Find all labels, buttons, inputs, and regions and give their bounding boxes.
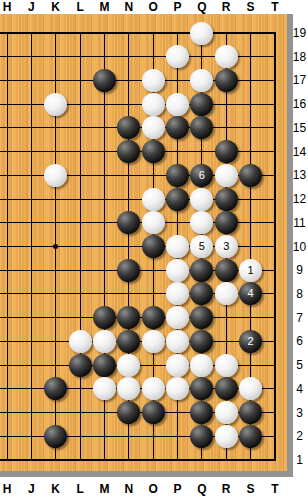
move-number: 4 [239, 282, 262, 305]
black-stone-S6[interactable]: 2 [239, 330, 262, 353]
white-stone-S4[interactable] [239, 377, 262, 400]
white-stone-N4[interactable] [117, 377, 140, 400]
black-stone-M7[interactable] [93, 306, 116, 329]
white-stone-N5[interactable] [117, 354, 140, 377]
column-label-bottom-N: N [124, 479, 133, 499]
black-stone-S2[interactable] [239, 425, 262, 448]
black-stone-Q7[interactable] [190, 306, 213, 329]
white-stone-Q5[interactable] [190, 354, 213, 377]
row-label-3: 3 [291, 406, 308, 420]
white-stone-O12[interactable] [142, 188, 165, 211]
row-label-2: 2 [291, 429, 308, 443]
white-stone-P9[interactable] [166, 259, 189, 282]
white-stone-P5[interactable] [166, 354, 189, 377]
black-stone-Q3[interactable] [190, 401, 213, 424]
column-label-bottom-R: R [222, 479, 231, 499]
white-stone-O4[interactable] [142, 377, 165, 400]
black-stone-P15[interactable] [166, 116, 189, 139]
black-stone-Q2[interactable] [190, 425, 213, 448]
black-stone-Q6[interactable] [190, 330, 213, 353]
black-stone-M5[interactable] [93, 354, 116, 377]
column-label-top-M: M [99, 0, 109, 14]
black-stone-P12[interactable] [166, 188, 189, 211]
row-label-6: 6 [291, 334, 308, 348]
board-shadow-bottom [0, 471, 293, 477]
black-stone-R9[interactable] [215, 259, 238, 282]
row-label-4: 4 [291, 382, 308, 396]
black-stone-N9[interactable] [117, 259, 140, 282]
black-stone-L5[interactable] [69, 354, 92, 377]
column-label-bottom-Q: Q [197, 479, 206, 499]
white-stone-R5[interactable] [215, 354, 238, 377]
black-stone-N6[interactable] [117, 330, 140, 353]
black-stone-O3[interactable] [142, 401, 165, 424]
white-stone-Q19[interactable] [190, 22, 213, 45]
white-stone-O17[interactable] [142, 69, 165, 92]
grid-line-vertical [80, 33, 81, 461]
white-stone-O16[interactable] [142, 93, 165, 116]
white-stone-P10[interactable] [166, 235, 189, 258]
column-label-top-H: H [3, 0, 12, 14]
white-stone-Q12[interactable] [190, 188, 213, 211]
black-stone-N3[interactable] [117, 401, 140, 424]
move-number: 3 [215, 235, 238, 258]
black-stone-R12[interactable] [215, 188, 238, 211]
black-stone-Q8[interactable] [190, 282, 213, 305]
black-stone-N15[interactable] [117, 116, 140, 139]
white-stone-P8[interactable] [166, 282, 189, 305]
black-stone-R11[interactable] [215, 211, 238, 234]
row-label-10: 10 [291, 240, 308, 254]
white-stone-P18[interactable] [166, 45, 189, 68]
row-label-7: 7 [291, 311, 308, 325]
black-stone-Q13[interactable]: 6 [190, 164, 213, 187]
column-label-top-L: L [76, 0, 83, 14]
black-stone-M17[interactable] [93, 69, 116, 92]
column-label-top-K: K [51, 0, 60, 14]
black-stone-R14[interactable] [215, 140, 238, 163]
grid-line-vertical [274, 33, 276, 461]
row-label-1: 1 [291, 453, 308, 467]
column-label-top-N: N [124, 0, 133, 14]
move-number: 1 [239, 259, 262, 282]
move-number: 5 [190, 235, 213, 258]
white-stone-P7[interactable] [166, 306, 189, 329]
row-label-19: 19 [291, 26, 308, 40]
black-stone-R17[interactable] [215, 69, 238, 92]
black-stone-O7[interactable] [142, 306, 165, 329]
white-stone-R2[interactable] [215, 425, 238, 448]
black-stone-S3[interactable] [239, 401, 262, 424]
black-stone-O14[interactable] [142, 140, 165, 163]
white-stone-M6[interactable] [93, 330, 116, 353]
column-label-bottom-P: P [173, 479, 181, 499]
white-stone-K13[interactable] [44, 164, 67, 187]
row-label-17: 17 [291, 73, 308, 87]
white-stone-M4[interactable] [93, 377, 116, 400]
move-number: 2 [239, 330, 262, 353]
black-stone-S8[interactable]: 4 [239, 282, 262, 305]
white-stone-O15[interactable] [142, 116, 165, 139]
column-label-bottom-T: T [271, 479, 278, 499]
grid-line-horizontal [0, 459, 276, 461]
black-stone-Q16[interactable] [190, 93, 213, 116]
white-stone-L6[interactable] [69, 330, 92, 353]
row-label-8: 8 [291, 287, 308, 301]
black-stone-K4[interactable] [44, 377, 67, 400]
column-label-bottom-J: J [28, 479, 35, 499]
row-label-11: 11 [291, 216, 308, 230]
white-stone-P16[interactable] [166, 93, 189, 116]
row-label-18: 18 [291, 50, 308, 64]
white-stone-R13[interactable] [215, 164, 238, 187]
white-stone-Q11[interactable] [190, 211, 213, 234]
column-label-top-T: T [271, 0, 278, 14]
column-label-bottom-M: M [99, 479, 109, 499]
black-stone-Q4[interactable] [190, 377, 213, 400]
black-stone-R4[interactable] [215, 377, 238, 400]
black-stone-Q15[interactable] [190, 116, 213, 139]
column-label-bottom-O: O [149, 479, 158, 499]
row-label-15: 15 [291, 121, 308, 135]
white-stone-K16[interactable] [44, 93, 67, 116]
white-stone-O11[interactable] [142, 211, 165, 234]
row-label-5: 5 [291, 358, 308, 372]
star-point [53, 244, 58, 249]
column-label-top-Q: Q [197, 0, 206, 14]
go-diagram: 653142 HHJJKKLLMMNNOOPPQQRRSSTT191817161… [0, 0, 308, 500]
grid-line-horizontal [0, 32, 276, 34]
white-stone-O6[interactable] [142, 330, 165, 353]
row-label-13: 13 [291, 168, 308, 182]
column-label-bottom-S: S [247, 479, 255, 499]
column-label-top-P: P [173, 0, 181, 14]
column-label-top-J: J [28, 0, 35, 14]
row-label-16: 16 [291, 97, 308, 111]
grid-line-vertical [31, 33, 32, 461]
column-label-top-S: S [247, 0, 255, 14]
white-stone-P4[interactable] [166, 377, 189, 400]
row-label-14: 14 [291, 145, 308, 159]
grid-line-vertical [7, 33, 8, 461]
black-stone-N11[interactable] [117, 211, 140, 234]
black-stone-O10[interactable] [142, 235, 165, 258]
white-stone-Q10[interactable]: 5 [190, 235, 213, 258]
black-stone-K2[interactable] [44, 425, 67, 448]
white-stone-R8[interactable] [215, 282, 238, 305]
black-stone-P13[interactable] [166, 164, 189, 187]
white-stone-S9[interactable]: 1 [239, 259, 262, 282]
grid-line-horizontal [0, 104, 276, 105]
black-stone-S13[interactable] [239, 164, 262, 187]
column-label-bottom-H: H [3, 479, 12, 499]
white-stone-R3[interactable] [215, 401, 238, 424]
white-stone-P6[interactable] [166, 330, 189, 353]
column-label-top-O: O [149, 0, 158, 14]
black-stone-N7[interactable] [117, 306, 140, 329]
column-label-bottom-L: L [76, 479, 83, 499]
white-stone-R18[interactable] [215, 45, 238, 68]
move-number: 6 [190, 164, 213, 187]
white-stone-R10[interactable]: 3 [215, 235, 238, 258]
white-stone-Q17[interactable] [190, 69, 213, 92]
column-label-top-R: R [222, 0, 231, 14]
black-stone-N14[interactable] [117, 140, 140, 163]
row-label-9: 9 [291, 263, 308, 277]
black-stone-Q9[interactable] [190, 259, 213, 282]
row-label-12: 12 [291, 192, 308, 206]
go-board[interactable]: 653142 [0, 14, 287, 471]
column-label-bottom-K: K [51, 479, 60, 499]
